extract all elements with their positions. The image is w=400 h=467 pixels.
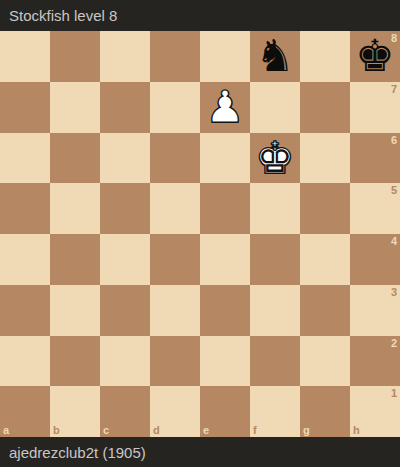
square-f3[interactable]	[250, 285, 300, 336]
square-h1[interactable]: 1h	[350, 386, 400, 437]
square-g3[interactable]	[300, 285, 350, 336]
square-e4[interactable]	[200, 234, 250, 285]
rank-label-3: 3	[391, 287, 397, 298]
white-pawn-piece[interactable]: ♟	[205, 85, 244, 129]
square-c5[interactable]	[100, 183, 150, 234]
square-b4[interactable]	[50, 234, 100, 285]
rank-label-7: 7	[391, 84, 397, 95]
square-a1[interactable]: a	[0, 386, 50, 437]
square-d8[interactable]	[150, 31, 200, 82]
square-f1[interactable]: f	[250, 386, 300, 437]
square-a4[interactable]	[0, 234, 50, 285]
square-b2[interactable]	[50, 336, 100, 387]
square-d3[interactable]	[150, 285, 200, 336]
square-d1[interactable]: d	[150, 386, 200, 437]
square-c6[interactable]	[100, 133, 150, 184]
square-g8[interactable]	[300, 31, 350, 82]
rank-label-5: 5	[391, 185, 397, 196]
square-g1[interactable]: g	[300, 386, 350, 437]
square-f6[interactable]: ♚	[250, 133, 300, 184]
file-label-d: d	[153, 425, 160, 436]
opponent-bar: Stockfish level 8	[0, 0, 400, 31]
rank-label-4: 4	[391, 236, 397, 247]
file-label-b: b	[53, 425, 60, 436]
square-c1[interactable]: c	[100, 386, 150, 437]
file-label-e: e	[203, 425, 209, 436]
square-d4[interactable]	[150, 234, 200, 285]
square-f7[interactable]	[250, 82, 300, 133]
chess-game-window: Stockfish level 8 ♞8♚♟7♚65432abcdefg1h a…	[0, 0, 400, 467]
square-d5[interactable]	[150, 183, 200, 234]
square-d7[interactable]	[150, 82, 200, 133]
square-g5[interactable]	[300, 183, 350, 234]
square-e6[interactable]	[200, 133, 250, 184]
square-h3[interactable]: 3	[350, 285, 400, 336]
square-b6[interactable]	[50, 133, 100, 184]
square-h4[interactable]: 4	[350, 234, 400, 285]
square-e7[interactable]: ♟	[200, 82, 250, 133]
square-g6[interactable]	[300, 133, 350, 184]
file-label-c: c	[103, 425, 109, 436]
square-h7[interactable]: 7	[350, 82, 400, 133]
opponent-name: Stockfish level 8	[9, 7, 117, 24]
square-c8[interactable]	[100, 31, 150, 82]
square-a2[interactable]	[0, 336, 50, 387]
square-b1[interactable]: b	[50, 386, 100, 437]
square-e5[interactable]	[200, 183, 250, 234]
square-g2[interactable]	[300, 336, 350, 387]
rank-label-2: 2	[391, 338, 397, 349]
player-name: ajedrezclub2t (1905)	[9, 444, 146, 461]
square-e3[interactable]	[200, 285, 250, 336]
square-a8[interactable]	[0, 31, 50, 82]
square-f2[interactable]	[250, 336, 300, 387]
square-h8[interactable]: 8♚	[350, 31, 400, 82]
square-e8[interactable]	[200, 31, 250, 82]
file-label-h: h	[353, 425, 360, 436]
square-h5[interactable]: 5	[350, 183, 400, 234]
rank-label-6: 6	[391, 135, 397, 146]
square-c7[interactable]	[100, 82, 150, 133]
chess-board: ♞8♚♟7♚65432abcdefg1h	[0, 31, 400, 437]
square-b7[interactable]	[50, 82, 100, 133]
square-h2[interactable]: 2	[350, 336, 400, 387]
file-label-f: f	[253, 425, 257, 436]
square-f8[interactable]: ♞	[250, 31, 300, 82]
square-b5[interactable]	[50, 183, 100, 234]
square-g4[interactable]	[300, 234, 350, 285]
black-king-piece[interactable]: ♚	[355, 34, 394, 78]
square-f4[interactable]	[250, 234, 300, 285]
square-b3[interactable]	[50, 285, 100, 336]
square-d6[interactable]	[150, 133, 200, 184]
file-label-a: a	[3, 425, 9, 436]
square-e1[interactable]: e	[200, 386, 250, 437]
square-c2[interactable]	[100, 336, 150, 387]
square-f5[interactable]	[250, 183, 300, 234]
square-a7[interactable]	[0, 82, 50, 133]
square-c4[interactable]	[100, 234, 150, 285]
square-d2[interactable]	[150, 336, 200, 387]
square-a6[interactable]	[0, 133, 50, 184]
square-h6[interactable]: 6	[350, 133, 400, 184]
rank-label-1: 1	[391, 388, 397, 399]
square-e2[interactable]	[200, 336, 250, 387]
square-c3[interactable]	[100, 285, 150, 336]
white-king-piece[interactable]: ♚	[255, 136, 294, 180]
square-b8[interactable]	[50, 31, 100, 82]
file-label-g: g	[303, 425, 310, 436]
black-knight-piece[interactable]: ♞	[255, 34, 294, 78]
square-a5[interactable]	[0, 183, 50, 234]
square-a3[interactable]	[0, 285, 50, 336]
square-g7[interactable]	[300, 82, 350, 133]
player-bar: ajedrezclub2t (1905)	[0, 437, 400, 467]
